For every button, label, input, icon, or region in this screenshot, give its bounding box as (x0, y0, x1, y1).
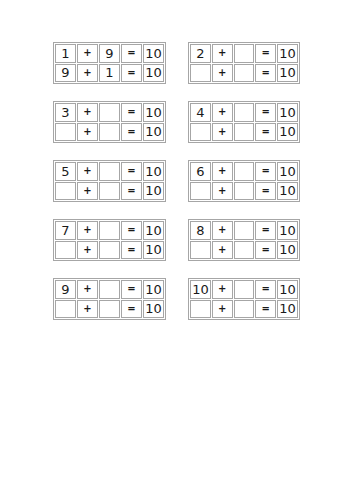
answer-cell[interactable] (99, 162, 120, 181)
equals-sign: = (255, 241, 276, 260)
table-row: + = 10 (55, 182, 164, 201)
sum-cell: 10 (277, 162, 298, 181)
addend-cell: 9 (55, 64, 76, 83)
table-row: 6 + = 10 (190, 162, 298, 181)
sum-cell: 10 (277, 221, 298, 240)
fact-table-2: 2 + = 10 + = 10 (188, 42, 300, 84)
equals-sign: = (121, 44, 142, 63)
equals-sign: = (255, 44, 276, 63)
answer-cell[interactable] (190, 123, 211, 142)
fact-table-4: 4 + = 10 + = 10 (188, 101, 300, 143)
answer-cell[interactable] (99, 280, 120, 299)
answer-cell[interactable] (99, 103, 120, 122)
table-row: + = 10 (55, 241, 164, 260)
addend-cell: 4 (190, 103, 211, 122)
answer-cell[interactable] (55, 300, 76, 319)
answer-cell[interactable] (234, 182, 255, 201)
table-row: 10 + = 10 (190, 280, 298, 299)
plus-sign: + (212, 280, 233, 299)
plus-sign: + (77, 241, 98, 260)
answer-cell[interactable] (99, 241, 120, 260)
equals-sign: = (121, 103, 142, 122)
answer-cell[interactable] (55, 241, 76, 260)
table-row: + = 10 (55, 123, 164, 142)
plus-sign: + (77, 44, 98, 63)
answer-cell[interactable] (99, 182, 120, 201)
fact-table-5: 5 + = 10 + = 10 (53, 160, 166, 202)
table-row: + = 10 (190, 123, 298, 142)
addend-cell: 7 (55, 221, 76, 240)
equals-sign: = (255, 300, 276, 319)
answer-cell[interactable] (55, 182, 76, 201)
addend-cell: 9 (99, 44, 120, 63)
fact-table-7: 7 + = 10 + = 10 (53, 219, 166, 261)
sum-cell: 10 (143, 44, 164, 63)
fact-table-8: 8 + = 10 + = 10 (188, 219, 300, 261)
table-row: 7 + = 10 (55, 221, 164, 240)
table-row: 8 + = 10 (190, 221, 298, 240)
equals-sign: = (255, 280, 276, 299)
plus-sign: + (212, 300, 233, 319)
answer-cell[interactable] (99, 300, 120, 319)
equals-sign: = (121, 241, 142, 260)
sum-cell: 10 (277, 182, 298, 201)
equals-sign: = (121, 123, 142, 142)
addend-cell: 1 (55, 44, 76, 63)
table-row: + = 10 (190, 241, 298, 260)
addend-cell: 5 (55, 162, 76, 181)
answer-cell[interactable] (55, 123, 76, 142)
equals-sign: = (121, 300, 142, 319)
equals-sign: = (121, 182, 142, 201)
sum-cell: 10 (143, 123, 164, 142)
sum-cell: 10 (143, 182, 164, 201)
plus-sign: + (212, 162, 233, 181)
table-row: + = 10 (55, 300, 164, 319)
table-row: 4 + = 10 (190, 103, 298, 122)
equals-sign: = (255, 64, 276, 83)
plus-sign: + (77, 300, 98, 319)
addend-cell: 2 (190, 44, 211, 63)
table-row: + = 10 (190, 182, 298, 201)
plus-sign: + (212, 241, 233, 260)
table-row: 9 + 1 = 10 (55, 64, 164, 83)
answer-cell[interactable] (190, 64, 211, 83)
sum-cell: 10 (143, 162, 164, 181)
table-row: 9 + = 10 (55, 280, 164, 299)
sum-cell: 10 (143, 241, 164, 260)
answer-cell[interactable] (234, 123, 255, 142)
sum-cell: 10 (143, 103, 164, 122)
sum-cell: 10 (277, 280, 298, 299)
equals-sign: = (255, 123, 276, 142)
equals-sign: = (121, 162, 142, 181)
table-row: 5 + = 10 (55, 162, 164, 181)
plus-sign: + (77, 182, 98, 201)
sum-cell: 10 (277, 44, 298, 63)
addend-cell: 8 (190, 221, 211, 240)
table-row: 2 + = 10 (190, 44, 298, 63)
answer-cell[interactable] (234, 44, 255, 63)
plus-sign: + (212, 123, 233, 142)
fact-table-3: 3 + = 10 + = 10 (53, 101, 166, 143)
plus-sign: + (77, 64, 98, 83)
answer-cell[interactable] (234, 280, 255, 299)
plus-sign: + (77, 280, 98, 299)
equals-sign: = (121, 221, 142, 240)
addend-cell: 1 (99, 64, 120, 83)
worksheet-page: 1 + 9 = 10 9 + 1 = 10 2 + = 10 (0, 0, 354, 500)
fact-table-1: 1 + 9 = 10 9 + 1 = 10 (53, 42, 166, 84)
equals-sign: = (255, 103, 276, 122)
plus-sign: + (77, 162, 98, 181)
plus-sign: + (212, 44, 233, 63)
fact-table-6: 6 + = 10 + = 10 (188, 160, 300, 202)
answer-cell[interactable] (234, 64, 255, 83)
equals-sign: = (255, 221, 276, 240)
sum-cell: 10 (277, 300, 298, 319)
plus-sign: + (212, 103, 233, 122)
plus-sign: + (77, 103, 98, 122)
table-row: 1 + 9 = 10 (55, 44, 164, 63)
table-row: + = 10 (190, 64, 298, 83)
plus-sign: + (77, 123, 98, 142)
sum-cell: 10 (277, 103, 298, 122)
addend-cell: 6 (190, 162, 211, 181)
answer-cell[interactable] (234, 221, 255, 240)
plus-sign: + (77, 221, 98, 240)
answer-cell[interactable] (234, 241, 255, 260)
table-row: + = 10 (190, 300, 298, 319)
answer-cell[interactable] (99, 221, 120, 240)
sum-cell: 10 (143, 221, 164, 240)
equals-sign: = (121, 280, 142, 299)
answer-cell[interactable] (234, 300, 255, 319)
sum-cell: 10 (277, 241, 298, 260)
answer-cell[interactable] (234, 162, 255, 181)
sum-cell: 10 (143, 64, 164, 83)
plus-sign: + (212, 221, 233, 240)
sum-cell: 10 (277, 64, 298, 83)
answer-cell[interactable] (99, 123, 120, 142)
sum-cell: 10 (143, 280, 164, 299)
table-row: 3 + = 10 (55, 103, 164, 122)
sum-cell: 10 (143, 300, 164, 319)
answer-cell[interactable] (190, 300, 211, 319)
answer-cell[interactable] (190, 182, 211, 201)
sum-cell: 10 (277, 123, 298, 142)
equals-sign: = (121, 64, 142, 83)
answer-cell[interactable] (234, 103, 255, 122)
fact-tables-grid: 1 + 9 = 10 9 + 1 = 10 2 + = 10 (53, 42, 300, 320)
fact-table-10: 10 + = 10 + = 10 (188, 278, 300, 320)
plus-sign: + (212, 64, 233, 83)
fact-table-9: 9 + = 10 + = 10 (53, 278, 166, 320)
plus-sign: + (212, 182, 233, 201)
addend-cell: 9 (55, 280, 76, 299)
equals-sign: = (255, 162, 276, 181)
answer-cell[interactable] (190, 241, 211, 260)
addend-cell: 3 (55, 103, 76, 122)
equals-sign: = (255, 182, 276, 201)
addend-cell: 10 (190, 280, 211, 299)
